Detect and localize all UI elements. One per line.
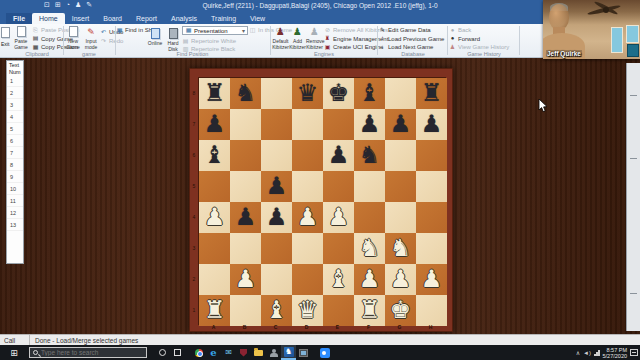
paste-game-icon — [15, 26, 27, 38]
status-message: Done - Load/Merge selected games — [30, 337, 138, 344]
piece-black-b-a6: ♝ — [204, 140, 226, 171]
square-c2[interactable] — [261, 264, 292, 295]
square-d1[interactable]: ♛ — [292, 295, 323, 326]
ceiling-fan-center — [603, 7, 609, 13]
piece-black-n-b8: ♞ — [235, 78, 257, 109]
engine-management-icon: ♜ — [324, 35, 331, 42]
window-pane — [611, 27, 623, 53]
square-b4[interactable]: ♟ — [230, 202, 261, 233]
zoom-app-icon[interactable] — [317, 345, 332, 360]
window-pane — [626, 25, 639, 43]
remove-kibitzer-icon: ♟ — [309, 26, 321, 38]
square-h3[interactable] — [416, 233, 447, 264]
start-button[interactable]: ⊞ — [0, 345, 28, 360]
square-b6[interactable] — [230, 140, 261, 171]
remove-kibitzer-button[interactable]: ♟ Remove Kibitzer — [306, 26, 323, 51]
new-game-label: New Game — [66, 38, 80, 50]
piece-black-n-f6: ♞ — [359, 140, 381, 171]
tab-analysis[interactable]: Analysis — [164, 13, 204, 25]
edit-game-data-label: Edit Game Data — [388, 27, 431, 33]
square-g8[interactable] — [385, 78, 416, 109]
square-c1[interactable]: ♝ — [261, 295, 292, 326]
piece-white-b-e2: ♝ — [328, 264, 350, 295]
square-g1[interactable]: ♚ — [385, 295, 416, 326]
presentation-value: Presentation — [194, 28, 228, 34]
piece-black-k-e8: ♚ — [328, 78, 350, 109]
square-e3[interactable] — [323, 233, 354, 264]
group-database: ✎ Edit Game Data ↑ Load Previous Game ↓ … — [379, 24, 447, 58]
piece-black-p-e6: ♟ — [328, 140, 350, 171]
rank-label-6: 6 — [190, 139, 198, 170]
square-c4[interactable]: ♟ — [261, 202, 292, 233]
piece-black-p-c5: ♟ — [266, 171, 288, 202]
taskbar-search[interactable] — [29, 347, 147, 358]
games-list-row-10[interactable]: 10 — [7, 183, 23, 195]
status-tab[interactable]: Call — [0, 335, 30, 345]
create-uci-engine-button[interactable]: ▣ Create UCI Engine — [324, 43, 383, 51]
rank-label-8: 8 — [190, 77, 198, 108]
right-panel-edge[interactable] — [626, 63, 640, 331]
square-a7[interactable]: ♟ — [199, 109, 230, 140]
default-kibitzer-icon: ♟ — [275, 26, 287, 38]
add-kibitzer-button[interactable]: ♟ Add Kibitzer — [289, 26, 306, 51]
webcam-overlay[interactable]: Jeff Quirke — [543, 0, 640, 59]
file-label-c: C — [260, 323, 291, 331]
tab-board[interactable]: Board — [96, 13, 129, 25]
piece-black-r-h8: ♜ — [421, 78, 443, 109]
search-icon — [33, 350, 38, 355]
square-b1[interactable] — [230, 295, 261, 326]
tab-view[interactable]: View — [243, 13, 272, 25]
find-in-shop-icon: ▦ — [116, 27, 123, 34]
piece-white-p-e4: ♟ — [328, 202, 350, 233]
people-icon[interactable] — [266, 345, 281, 360]
square-a2[interactable] — [199, 264, 230, 295]
exit-button[interactable]: Exit — [0, 24, 10, 58]
piece-white-n-f3: ♞ — [359, 233, 381, 264]
paste-game-label: Paste Game — [14, 38, 28, 50]
panel-edge-mark — [630, 158, 637, 159]
square-b5[interactable] — [230, 171, 261, 202]
paste-game-button[interactable]: Paste Game — [12, 26, 30, 51]
piece-black-b-f8: ♝ — [359, 78, 381, 109]
square-f1[interactable]: ♜ — [354, 295, 385, 326]
square-a4[interactable]: ♟ — [199, 202, 230, 233]
square-e4[interactable]: ♟ — [323, 202, 354, 233]
square-h1[interactable] — [416, 295, 447, 326]
games-list-row-3[interactable]: 3 — [7, 99, 23, 111]
load-previous-game-icon: ↑ — [379, 35, 386, 42]
rank-labels: 87654321 — [190, 77, 198, 325]
forward-button[interactable]: ● Forward — [449, 35, 480, 43]
webcam-name-label: Jeff Quirke — [546, 50, 582, 57]
new-game-button[interactable]: New Game — [64, 26, 82, 51]
square-h4[interactable] — [416, 202, 447, 233]
group-find-position: ▦ Find in Shop Online Hard Disk ▦ Presen… — [116, 24, 269, 58]
file-label-g: G — [384, 323, 415, 331]
square-c6[interactable] — [261, 140, 292, 171]
edit-game-data-button[interactable]: ✎ Edit Game Data — [379, 26, 431, 34]
piece-black-q-d8: ♛ — [297, 78, 319, 109]
tray-volume-icon[interactable]: ◄) — [583, 350, 591, 356]
undo-icon: ↶ — [100, 29, 107, 36]
games-list-row-12[interactable]: 12 — [7, 207, 23, 219]
square-g2[interactable]: ♟ — [385, 264, 416, 295]
hard-disk-icon — [167, 28, 179, 40]
group-label-game: game — [64, 51, 114, 57]
file-label-f: F — [353, 323, 384, 331]
piece-black-p-b4: ♟ — [235, 202, 257, 233]
mail-icon[interactable]: ✉ — [221, 345, 236, 360]
view-game-history-button[interactable]: ♟ View Game History — [449, 43, 509, 51]
repertoire-white-label: Repertoire White — [191, 38, 236, 44]
games-list-row-2[interactable]: 2 — [7, 87, 23, 99]
piece-white-r-f1: ♜ — [359, 295, 381, 326]
copy-position-icon: ▦ — [32, 44, 39, 51]
search-input[interactable] — [41, 349, 141, 356]
square-d5[interactable] — [292, 171, 323, 202]
square-d4[interactable]: ♟ — [292, 202, 323, 233]
notification-center-icon[interactable] — [630, 349, 638, 356]
rank-label-1: 1 — [190, 294, 198, 325]
online-icon — [149, 28, 161, 40]
games-list-row-8[interactable]: 8 — [7, 159, 23, 171]
taskbar-clock[interactable]: 8:57 PM 5/27/2020 — [603, 347, 627, 359]
tray-expand-icon[interactable]: ∧ — [576, 349, 580, 356]
piece-black-p-f7: ♟ — [359, 109, 381, 140]
games-list-panel[interactable]: Text Num 12345678910111213 — [6, 60, 24, 264]
square-d3[interactable] — [292, 233, 323, 264]
group-divider — [377, 26, 378, 55]
group-divider — [270, 26, 271, 55]
square-b7[interactable] — [230, 109, 261, 140]
square-g5[interactable] — [385, 171, 416, 202]
chevron-down-icon: ▾ — [242, 27, 245, 34]
view-game-history-icon: ♟ — [449, 44, 456, 51]
square-a1[interactable]: ♜ — [199, 295, 230, 326]
square-f6[interactable]: ♞ — [354, 140, 385, 171]
piece-white-p-h2: ♟ — [421, 264, 443, 295]
tab-report[interactable]: Report — [129, 13, 164, 25]
games-list-row-4[interactable]: 4 — [7, 111, 23, 123]
task-view-icon[interactable] — [170, 345, 185, 360]
piece-white-q-d1: ♛ — [297, 295, 319, 326]
games-list-row-1[interactable]: 1 — [7, 75, 23, 87]
file-label-b: B — [229, 323, 260, 331]
square-c5[interactable]: ♟ — [261, 171, 292, 202]
rank-label-3: 3 — [190, 232, 198, 263]
panel-edge-mark — [630, 95, 637, 96]
square-e6[interactable]: ♟ — [323, 140, 354, 171]
hard-disk-label: Hard Disk — [168, 40, 179, 52]
load-previous-game-label: Load Previous Game — [388, 36, 444, 42]
group-engines: ♟ Default Kibitzer ♟ Add Kibitzer ♟ Remo… — [272, 24, 376, 58]
piece-white-p-b2: ♟ — [235, 264, 257, 295]
panel-edge-mark — [630, 293, 637, 294]
forward-label: Forward — [458, 36, 480, 42]
square-c8[interactable] — [261, 78, 292, 109]
defender-icon[interactable] — [236, 345, 251, 360]
load-previous-game-button[interactable]: ↑ Load Previous Game — [379, 35, 444, 43]
square-g7[interactable]: ♟ — [385, 109, 416, 140]
rank-label-2: 2 — [190, 263, 198, 294]
default-kibitzer-button[interactable]: ♟ Default Kibitzer — [272, 26, 289, 51]
tab-file[interactable]: File — [6, 13, 32, 25]
piece-white-p-d4: ♟ — [297, 202, 319, 233]
group-label-engines: Engines — [272, 51, 376, 57]
back-button[interactable]: ● Back — [449, 26, 471, 34]
piece-black-p-a7: ♟ — [204, 109, 226, 140]
status-bar: Call Done - Load/Merge selected games — [0, 334, 640, 345]
presentation-dropdown[interactable]: ▦ Presentation ▾ — [182, 26, 248, 35]
chrome-icon[interactable] — [191, 345, 206, 360]
piece-white-p-g2: ♟ — [390, 264, 412, 295]
group-divider — [519, 26, 520, 55]
games-list-row-7[interactable]: 7 — [7, 147, 23, 159]
games-list-row-13[interactable]: 13 — [7, 219, 23, 231]
redo-icon: ↷ — [100, 38, 107, 45]
piece-white-k-g1: ♚ — [390, 295, 412, 326]
square-h6[interactable] — [416, 140, 447, 171]
square-e8[interactable]: ♚ — [323, 78, 354, 109]
square-d6[interactable] — [292, 140, 323, 171]
tab-training[interactable]: Training — [204, 13, 243, 25]
repertoire-white-button[interactable]: ▤ Repertoire White — [182, 37, 236, 45]
square-e1[interactable] — [323, 295, 354, 326]
games-list-row-5[interactable]: 5 — [7, 123, 23, 135]
tab-insert[interactable]: Insert — [65, 13, 97, 25]
load-next-game-label: Load Next Game — [388, 44, 433, 50]
board-squares: ♜♞♛♚♝♜♟♟♟♟♝♟♞♟♟♟♟♟♟♞♞♟♝♟♟♟♜♝♛♜♚ — [198, 77, 446, 325]
square-f3[interactable]: ♞ — [354, 233, 385, 264]
input-mode-icon: ✎ — [85, 26, 97, 38]
square-e7[interactable] — [323, 109, 354, 140]
add-kibitzer-icon: ♟ — [292, 26, 304, 38]
games-list-row-11[interactable]: 11 — [7, 195, 23, 207]
paste-position-icon: ⎘ — [32, 27, 39, 34]
games-list-row-9[interactable]: 9 — [7, 171, 23, 183]
exit-icon — [1, 27, 10, 38]
group-label-find-position: Find Position — [116, 51, 269, 57]
rank-label-5: 5 — [190, 170, 198, 201]
piece-black-p-c4: ♟ — [266, 202, 288, 233]
group-label-clipboard: Clipboard — [11, 51, 63, 57]
piece-black-r-a8: ♜ — [204, 78, 226, 109]
games-list-column-text: Text — [7, 61, 23, 68]
repertoire-white-icon: ▤ — [182, 38, 189, 45]
presentation-icon: ▦ — [185, 27, 192, 34]
file-label-a: A — [198, 323, 229, 331]
games-list-row-6[interactable]: 6 — [7, 135, 23, 147]
games-list-rows: 12345678910111213 — [7, 75, 23, 231]
edge-icon[interactable]: e — [206, 345, 221, 360]
remove-all-kibitzers-icon: ⊘ — [324, 27, 331, 34]
file-explorer-icon[interactable] — [251, 345, 266, 360]
group-game-history: ● Back ● Forward ♟ View Game History Gam… — [449, 24, 519, 58]
default-kibitzer-label: Default Kibitzer — [272, 38, 289, 50]
square-a3[interactable] — [199, 233, 230, 264]
input-mode-label: Input mode — [85, 38, 98, 50]
square-f2[interactable]: ♟ — [354, 264, 385, 295]
edit-game-data-icon: ✎ — [379, 27, 386, 34]
background-monitor — [627, 44, 639, 57]
group-label-game-history: Game History — [449, 51, 519, 57]
app-window-icon[interactable] — [296, 345, 311, 360]
square-f7[interactable]: ♟ — [354, 109, 385, 140]
clock-date: 5/27/2020 — [603, 353, 627, 359]
square-a5[interactable] — [199, 171, 230, 202]
chessbase-taskbar-icon[interactable]: ♞ — [281, 345, 296, 360]
file-label-e: E — [322, 323, 353, 331]
square-b2[interactable]: ♟ — [230, 264, 261, 295]
square-a6[interactable]: ♝ — [199, 140, 230, 171]
games-list-column-num: Num — [7, 68, 23, 75]
view-game-history-label: View Game History — [458, 44, 509, 50]
online-label: Online — [148, 40, 162, 46]
square-g4[interactable] — [385, 202, 416, 233]
square-g6[interactable] — [385, 140, 416, 171]
square-a8[interactable]: ♜ — [199, 78, 230, 109]
copy-game-icon: ▤ — [32, 35, 39, 42]
group-clipboard: Paste Game ⎘ Paste Position ▤ Copy Game … — [11, 24, 63, 58]
cortana-icon[interactable] — [155, 345, 170, 360]
add-kibitzer-label: Add Kibitzer — [289, 38, 306, 50]
piece-black-p-g7: ♟ — [390, 109, 412, 140]
file-label-h: H — [415, 323, 446, 331]
square-e5[interactable] — [323, 171, 354, 202]
square-f5[interactable] — [354, 171, 385, 202]
tab-home[interactable]: Home — [32, 13, 65, 25]
back-icon: ● — [449, 27, 456, 34]
back-label: Back — [458, 27, 471, 33]
remove-kibitzer-label: Remove Kibitzer — [306, 38, 325, 50]
square-c3[interactable] — [261, 233, 292, 264]
create-uci-engine-icon: ▣ — [324, 44, 331, 51]
square-h7[interactable]: ♟ — [416, 109, 447, 140]
square-b8[interactable]: ♞ — [230, 78, 261, 109]
piece-black-p-h7: ♟ — [421, 109, 443, 140]
square-h8[interactable]: ♜ — [416, 78, 447, 109]
piece-white-n-g3: ♞ — [390, 233, 412, 264]
square-d2[interactable] — [292, 264, 323, 295]
group-label-database: Database — [379, 51, 447, 57]
square-d7[interactable] — [292, 109, 323, 140]
tray-network-icon[interactable] — [594, 350, 600, 356]
piece-white-p-f2: ♟ — [359, 264, 381, 295]
in-this-game-icon: ◫ — [249, 27, 256, 34]
group-game: New Game ✎ Input mode ↶ Undo ↷ Redo game — [64, 24, 114, 58]
chess-board: 87654321 ♜♞♛♚♝♜♟♟♟♟♝♟♞♟♟♟♟♟♟♞♞♟♝♟♟♟♜♝♛♜♚… — [189, 68, 453, 332]
exit-label: Exit — [1, 41, 9, 47]
file-label-d: D — [291, 323, 322, 331]
load-next-game-button[interactable]: ↓ Load Next Game — [379, 43, 433, 51]
square-b3[interactable] — [230, 233, 261, 264]
chessbase-window: { "game": "chess", "position": { "fen": … — [0, 0, 640, 360]
rank-label-4: 4 — [190, 201, 198, 232]
taskbar: ⊞ e ✉ ♞ ∧ ◄) 8:57 PM 5/27/2020 — [0, 345, 640, 360]
square-f8[interactable]: ♝ — [354, 78, 385, 109]
system-tray: ∧ ◄) 8:57 PM 5/27/2020 — [576, 347, 640, 359]
forward-icon: ● — [449, 35, 456, 42]
hard-disk-button[interactable]: Hard Disk — [164, 28, 182, 53]
square-e2[interactable]: ♝ — [323, 264, 354, 295]
square-c7[interactable] — [261, 109, 292, 140]
group-divider — [447, 26, 448, 55]
load-next-game-icon: ↓ — [379, 44, 386, 51]
rank-label-7: 7 — [190, 108, 198, 139]
square-h5[interactable] — [416, 171, 447, 202]
square-g3[interactable]: ♞ — [385, 233, 416, 264]
square-h2[interactable]: ♟ — [416, 264, 447, 295]
create-uci-engine-label: Create UCI Engine — [333, 44, 383, 50]
input-mode-button[interactable]: ✎ Input mode — [83, 26, 99, 51]
online-button[interactable]: Online — [146, 28, 164, 53]
piece-white-b-c1: ♝ — [266, 295, 288, 326]
square-f4[interactable] — [354, 202, 385, 233]
piece-white-p-a4: ♟ — [204, 202, 226, 233]
mouse-cursor — [538, 99, 548, 113]
new-game-icon — [67, 26, 79, 38]
file-labels: ABCDEFGH — [198, 323, 446, 331]
square-d8[interactable]: ♛ — [292, 78, 323, 109]
piece-white-r-a1: ♜ — [204, 295, 226, 326]
